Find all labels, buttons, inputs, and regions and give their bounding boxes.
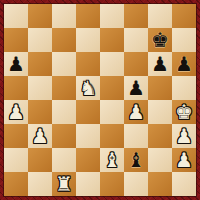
square-d3[interactable] (76, 124, 100, 148)
square-d4[interactable] (76, 100, 100, 124)
square-g4[interactable] (148, 100, 172, 124)
square-f4[interactable]: ♟ (124, 100, 148, 124)
square-g5[interactable] (148, 76, 172, 100)
square-f3[interactable] (124, 124, 148, 148)
square-e4[interactable] (100, 100, 124, 124)
square-c4[interactable] (52, 100, 76, 124)
square-d8[interactable] (76, 4, 100, 28)
square-b5[interactable] (28, 76, 52, 100)
black-king[interactable]: ♚ (148, 28, 172, 52)
square-e1[interactable] (100, 172, 124, 196)
square-g7[interactable]: ♚ (148, 28, 172, 52)
square-e5[interactable] (100, 76, 124, 100)
square-c8[interactable] (52, 4, 76, 28)
square-d5[interactable]: ♞ (76, 76, 100, 100)
square-c3[interactable] (52, 124, 76, 148)
square-c1[interactable]: ♜ (52, 172, 76, 196)
chess-board: ♚♟♟♟♞♟♟♟♚♟♟♝♝♟♜ (4, 4, 196, 196)
white-king[interactable]: ♚ (172, 100, 196, 124)
square-a3[interactable] (4, 124, 28, 148)
square-a4[interactable]: ♟ (4, 100, 28, 124)
square-d6[interactable] (76, 52, 100, 76)
square-h7[interactable] (172, 28, 196, 52)
square-d2[interactable] (76, 148, 100, 172)
white-pawn[interactable]: ♟ (28, 124, 52, 148)
square-h8[interactable] (172, 4, 196, 28)
black-bishop[interactable]: ♝ (124, 148, 148, 172)
square-f7[interactable] (124, 28, 148, 52)
square-b3[interactable]: ♟ (28, 124, 52, 148)
white-rook[interactable]: ♜ (52, 172, 76, 196)
square-d1[interactable] (76, 172, 100, 196)
square-b1[interactable] (28, 172, 52, 196)
chess-board-frame: ♚♟♟♟♞♟♟♟♚♟♟♝♝♟♜ (0, 0, 200, 200)
square-h1[interactable] (172, 172, 196, 196)
square-h5[interactable] (172, 76, 196, 100)
square-g2[interactable] (148, 148, 172, 172)
square-c2[interactable] (52, 148, 76, 172)
square-c6[interactable] (52, 52, 76, 76)
black-pawn[interactable]: ♟ (172, 52, 196, 76)
square-a1[interactable] (4, 172, 28, 196)
white-pawn[interactable]: ♟ (172, 124, 196, 148)
square-e2[interactable]: ♝ (100, 148, 124, 172)
square-e3[interactable] (100, 124, 124, 148)
square-f1[interactable] (124, 172, 148, 196)
square-f8[interactable] (124, 4, 148, 28)
square-h4[interactable]: ♚ (172, 100, 196, 124)
white-pawn[interactable]: ♟ (124, 100, 148, 124)
square-e7[interactable] (100, 28, 124, 52)
white-knight[interactable]: ♞ (76, 76, 100, 100)
square-a5[interactable] (4, 76, 28, 100)
square-c5[interactable] (52, 76, 76, 100)
square-b8[interactable] (28, 4, 52, 28)
black-pawn[interactable]: ♟ (4, 52, 28, 76)
square-e8[interactable] (100, 4, 124, 28)
square-a2[interactable] (4, 148, 28, 172)
black-pawn[interactable]: ♟ (124, 76, 148, 100)
square-a6[interactable]: ♟ (4, 52, 28, 76)
square-f2[interactable]: ♝ (124, 148, 148, 172)
square-g1[interactable] (148, 172, 172, 196)
square-f6[interactable] (124, 52, 148, 76)
square-f5[interactable]: ♟ (124, 76, 148, 100)
square-c7[interactable] (52, 28, 76, 52)
square-d7[interactable] (76, 28, 100, 52)
black-pawn[interactable]: ♟ (148, 52, 172, 76)
square-b4[interactable] (28, 100, 52, 124)
square-b7[interactable] (28, 28, 52, 52)
square-h3[interactable]: ♟ (172, 124, 196, 148)
square-h2[interactable]: ♟ (172, 148, 196, 172)
square-g6[interactable]: ♟ (148, 52, 172, 76)
white-bishop[interactable]: ♝ (100, 148, 124, 172)
white-pawn[interactable]: ♟ (4, 100, 28, 124)
square-a7[interactable] (4, 28, 28, 52)
square-e6[interactable] (100, 52, 124, 76)
square-g3[interactable] (148, 124, 172, 148)
square-b2[interactable] (28, 148, 52, 172)
square-b6[interactable] (28, 52, 52, 76)
square-h6[interactable]: ♟ (172, 52, 196, 76)
white-pawn[interactable]: ♟ (172, 148, 196, 172)
square-a8[interactable] (4, 4, 28, 28)
square-g8[interactable] (148, 4, 172, 28)
